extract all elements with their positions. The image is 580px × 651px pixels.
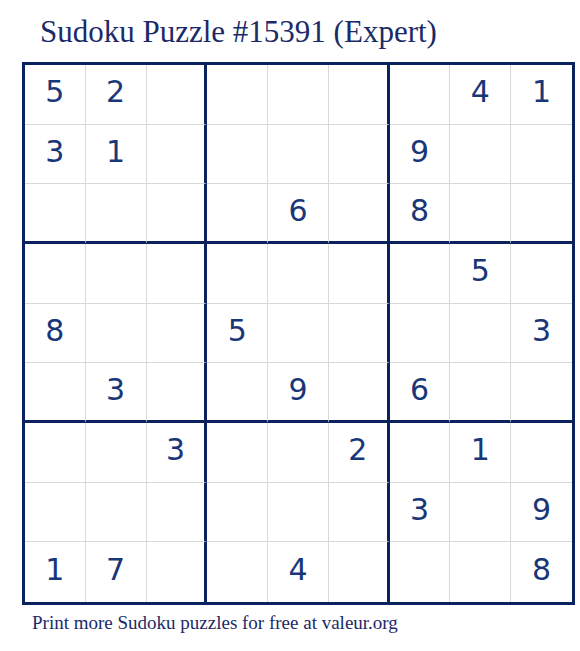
cell-r1c5[interactable] <box>268 65 329 125</box>
cell-r7c5[interactable] <box>268 423 329 483</box>
cell-r5c5[interactable] <box>268 304 329 364</box>
cell-r3c5: 6 <box>268 184 329 244</box>
cell-r3c9[interactable] <box>511 184 572 244</box>
cell-r6c6[interactable] <box>329 363 390 423</box>
cell-r3c7: 8 <box>390 184 451 244</box>
cell-r5c2[interactable] <box>86 304 147 364</box>
cell-r1c7[interactable] <box>390 65 451 125</box>
cell-r6c2: 3 <box>86 363 147 423</box>
cell-r7c8: 1 <box>450 423 511 483</box>
cell-r7c7[interactable] <box>390 423 451 483</box>
cell-r6c4[interactable] <box>207 363 268 423</box>
cell-r9c5: 4 <box>268 542 329 602</box>
cell-r6c5: 9 <box>268 363 329 423</box>
cell-r8c9: 9 <box>511 483 572 543</box>
cell-r8c4[interactable] <box>207 483 268 543</box>
cell-r7c2[interactable] <box>86 423 147 483</box>
cell-r5c8[interactable] <box>450 304 511 364</box>
cell-r7c3: 3 <box>147 423 208 483</box>
cell-r5c1: 8 <box>25 304 86 364</box>
cell-r7c9[interactable] <box>511 423 572 483</box>
cell-r2c1: 3 <box>25 125 86 185</box>
cell-r4c3[interactable] <box>147 244 208 304</box>
cell-r2c5[interactable] <box>268 125 329 185</box>
cell-r8c7: 3 <box>390 483 451 543</box>
cell-r1c1: 5 <box>25 65 86 125</box>
cell-r3c4[interactable] <box>207 184 268 244</box>
cell-r8c5[interactable] <box>268 483 329 543</box>
cell-r2c3[interactable] <box>147 125 208 185</box>
cell-r9c1: 1 <box>25 542 86 602</box>
cell-r7c4[interactable] <box>207 423 268 483</box>
cell-r7c6: 2 <box>329 423 390 483</box>
cell-r8c8[interactable] <box>450 483 511 543</box>
cell-r3c2[interactable] <box>86 184 147 244</box>
cell-r2c6[interactable] <box>329 125 390 185</box>
sudoku-grid: 5241319685853396321391748 <box>22 62 575 605</box>
cell-r4c2[interactable] <box>86 244 147 304</box>
footer-credit: Print more Sudoku puzzles for free at va… <box>32 612 398 634</box>
cell-r6c9[interactable] <box>511 363 572 423</box>
cell-r9c6[interactable] <box>329 542 390 602</box>
cell-r5c3[interactable] <box>147 304 208 364</box>
cell-r4c7[interactable] <box>390 244 451 304</box>
cell-r4c6[interactable] <box>329 244 390 304</box>
cell-r2c9[interactable] <box>511 125 572 185</box>
cell-r9c7[interactable] <box>390 542 451 602</box>
cell-r4c9[interactable] <box>511 244 572 304</box>
cell-r6c8[interactable] <box>450 363 511 423</box>
cell-r6c3[interactable] <box>147 363 208 423</box>
cell-r2c7: 9 <box>390 125 451 185</box>
cell-r9c9: 8 <box>511 542 572 602</box>
cell-r5c7[interactable] <box>390 304 451 364</box>
cell-r4c4[interactable] <box>207 244 268 304</box>
cell-r8c1[interactable] <box>25 483 86 543</box>
cell-r2c2: 1 <box>86 125 147 185</box>
cell-r3c3[interactable] <box>147 184 208 244</box>
cell-r6c7: 6 <box>390 363 451 423</box>
cell-r8c3[interactable] <box>147 483 208 543</box>
puzzle-title: Sudoku Puzzle #15391 (Expert) <box>40 14 437 50</box>
cell-r5c9: 3 <box>511 304 572 364</box>
cell-r2c4[interactable] <box>207 125 268 185</box>
cell-r4c8: 5 <box>450 244 511 304</box>
cell-r3c1[interactable] <box>25 184 86 244</box>
cell-r3c6[interactable] <box>329 184 390 244</box>
page: Sudoku Puzzle #15391 (Expert) 5241319685… <box>0 0 580 651</box>
cell-r5c6[interactable] <box>329 304 390 364</box>
cell-r3c8[interactable] <box>450 184 511 244</box>
cell-r9c8[interactable] <box>450 542 511 602</box>
cell-r4c5[interactable] <box>268 244 329 304</box>
cell-r1c6[interactable] <box>329 65 390 125</box>
cell-r2c8[interactable] <box>450 125 511 185</box>
cell-r1c2: 2 <box>86 65 147 125</box>
cell-r5c4: 5 <box>207 304 268 364</box>
cell-r9c2: 7 <box>86 542 147 602</box>
cell-r8c6[interactable] <box>329 483 390 543</box>
cell-r9c4[interactable] <box>207 542 268 602</box>
cell-r9c3[interactable] <box>147 542 208 602</box>
cell-r1c3[interactable] <box>147 65 208 125</box>
cell-r7c1[interactable] <box>25 423 86 483</box>
cell-r4c1[interactable] <box>25 244 86 304</box>
cell-r1c9: 1 <box>511 65 572 125</box>
cell-r1c8: 4 <box>450 65 511 125</box>
cell-r1c4[interactable] <box>207 65 268 125</box>
cell-r8c2[interactable] <box>86 483 147 543</box>
cell-r6c1[interactable] <box>25 363 86 423</box>
